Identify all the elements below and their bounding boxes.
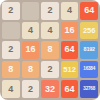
empty-cell-r2c1 <box>2 22 20 40</box>
tile-2-r3c1: 2 <box>2 41 20 59</box>
tile-4-r5c1: 4 <box>2 80 20 98</box>
tile-4-r2c3: 4 <box>41 22 59 40</box>
tile-32-r5c3: 32 <box>41 80 59 98</box>
tile-64-r3c4: 64 <box>61 41 79 59</box>
tile-32768-r5c5: 32768 <box>80 80 98 98</box>
tile-16-r2c4: 16 <box>61 22 79 40</box>
tile-64-r1c5: 64 <box>80 2 98 20</box>
tile-8-r3c3: 8 <box>41 41 59 59</box>
tile-2-r4c3: 2 <box>41 61 59 79</box>
tile-512-r4c4: 512 <box>61 61 79 79</box>
tile-16384-r4c5: 16384 <box>80 61 98 79</box>
tile-4-r1c4: 4 <box>61 2 79 20</box>
tile-2-r1c1: 2 <box>2 2 20 20</box>
2048-board[interactable]: 2246444162562168648192882512163844232643… <box>0 0 100 100</box>
tile-8192-r3c5: 8192 <box>80 41 98 59</box>
tile-8-r4c1: 8 <box>2 61 20 79</box>
tile-256-r2c5: 256 <box>80 22 98 40</box>
tile-64-r5c4: 64 <box>61 80 79 98</box>
tile-2-r5c2: 2 <box>22 80 40 98</box>
tile-16-r3c2: 16 <box>22 41 40 59</box>
empty-cell-r1c2 <box>22 2 40 20</box>
tile-4-r2c2: 4 <box>22 22 40 40</box>
tile-2-r1c3: 2 <box>41 2 59 20</box>
tile-8-r4c2: 8 <box>22 61 40 79</box>
